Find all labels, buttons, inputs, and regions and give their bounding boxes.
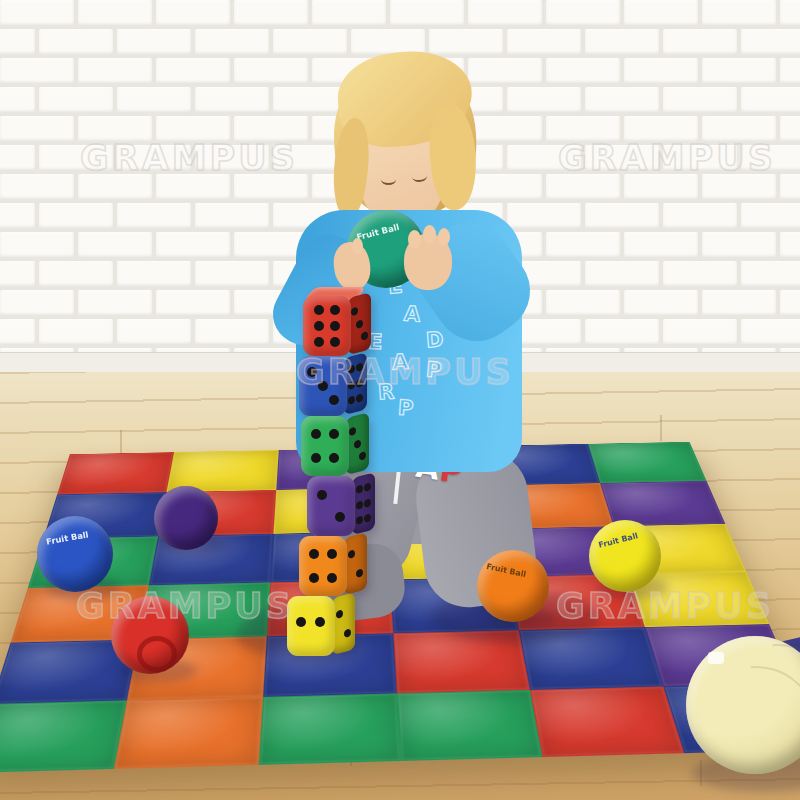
brick	[156, 0, 230, 26]
die-pip	[309, 573, 319, 583]
brick	[195, 261, 269, 287]
die-pip	[296, 617, 306, 627]
brick	[546, 58, 620, 84]
brick	[585, 87, 659, 113]
brick	[195, 87, 269, 113]
brick	[39, 203, 113, 229]
photo-stage: EADEAPRP AP Fruit BallFruit BallFruit Ba…	[0, 0, 800, 800]
brick	[0, 29, 35, 55]
brick	[312, 0, 386, 26]
die-pip	[314, 321, 324, 331]
die-pip	[348, 395, 355, 405]
mat-patch-green	[0, 700, 127, 773]
brick	[234, 0, 308, 26]
die-front-face	[299, 536, 347, 596]
brick	[624, 58, 698, 84]
brick	[741, 87, 800, 113]
die-pip	[351, 306, 358, 316]
brick	[624, 0, 698, 26]
die-pip	[344, 628, 351, 638]
die-pip	[359, 451, 366, 461]
die-pip	[314, 337, 324, 347]
brick	[741, 203, 800, 229]
brick	[468, 116, 542, 142]
brick	[195, 203, 269, 229]
child-finger	[423, 225, 436, 244]
brick	[585, 261, 659, 287]
brick	[468, 174, 542, 200]
die-pip	[349, 426, 356, 436]
brick	[117, 203, 191, 229]
mat-patch-red	[530, 686, 683, 757]
die-pip	[327, 573, 337, 583]
mat-patch-orange	[114, 697, 262, 769]
brick	[741, 29, 800, 55]
brick	[507, 87, 581, 113]
brick	[273, 29, 347, 55]
shirt-letter: D	[425, 327, 444, 352]
brick	[780, 0, 800, 26]
mat-patch-green	[397, 690, 543, 761]
brick	[702, 290, 776, 316]
die-front-face	[303, 296, 351, 356]
brick	[663, 29, 737, 55]
die-pip	[329, 395, 339, 405]
brick	[663, 87, 737, 113]
die-pip	[354, 439, 361, 449]
brick	[0, 0, 74, 26]
watermark-grampus: GRAMPUS	[558, 138, 776, 178]
die-pip	[356, 393, 363, 403]
ball-orange: Fruit Ball	[477, 550, 549, 622]
brick	[429, 29, 503, 55]
ball-label: Fruit Ball	[46, 529, 90, 546]
die-pip	[348, 550, 355, 560]
die-pip	[330, 337, 340, 347]
watermark-grampus: GRAMPUS	[556, 586, 774, 626]
die-pip	[356, 319, 363, 329]
die-green	[301, 416, 371, 478]
die-pip	[311, 429, 321, 439]
brick	[0, 87, 35, 113]
ball-yellow: Fruit Ball	[589, 520, 661, 592]
ball-label: Fruit Ball	[356, 222, 401, 242]
die-side-face	[348, 292, 371, 355]
die-front-face	[307, 476, 355, 536]
floor-plank-seam	[120, 430, 122, 456]
die-pip	[335, 512, 345, 522]
brick	[117, 87, 191, 113]
die-orange	[299, 536, 369, 598]
shirt-letter: A	[403, 301, 421, 326]
mat-patch-green	[258, 693, 401, 765]
die-pip	[356, 500, 363, 510]
die-side-face	[332, 592, 355, 655]
brick	[702, 0, 776, 26]
die-pip	[327, 549, 337, 559]
brick	[663, 319, 737, 345]
die-pip	[314, 305, 324, 315]
brick	[741, 319, 800, 345]
die-pip	[330, 305, 340, 315]
child-finger	[438, 228, 450, 246]
brick	[234, 58, 308, 84]
watermark-grampus: GRAMPUS	[80, 138, 298, 178]
brick	[39, 319, 113, 345]
brick	[78, 58, 152, 84]
brick	[78, 290, 152, 316]
die-pip	[356, 484, 363, 494]
brick	[546, 0, 620, 26]
brick	[195, 319, 269, 345]
brick	[0, 232, 74, 258]
die-front-face	[287, 596, 335, 656]
watermark-grampus: GRAMPUS	[76, 586, 294, 626]
die-purple	[307, 476, 377, 538]
brick	[0, 116, 74, 142]
die-pip	[317, 490, 327, 500]
brick	[663, 203, 737, 229]
die-pip	[309, 549, 319, 559]
brick	[39, 29, 113, 55]
brick	[156, 58, 230, 84]
brick	[780, 290, 800, 316]
brick	[273, 87, 347, 113]
brick	[0, 145, 35, 171]
child-finger	[408, 230, 421, 249]
ball-blue: Fruit Ball	[37, 516, 113, 592]
brick	[0, 203, 35, 229]
die-pip	[336, 610, 343, 620]
brick	[507, 203, 581, 229]
brick	[78, 232, 152, 258]
floor-plank-seam	[660, 415, 662, 441]
brick	[390, 0, 464, 26]
brick	[585, 203, 659, 229]
brick	[0, 290, 74, 316]
brick	[702, 232, 776, 258]
ball-purple	[154, 486, 218, 550]
die-front-face	[301, 416, 349, 476]
brick	[624, 232, 698, 258]
brick	[546, 232, 620, 258]
die-pip	[315, 617, 325, 627]
brick	[117, 29, 191, 55]
brick	[39, 261, 113, 287]
die-red	[303, 296, 373, 358]
die-side-face	[352, 472, 375, 535]
brick	[780, 232, 800, 258]
ball-label: Fruit Ball	[597, 531, 638, 550]
brick	[0, 174, 74, 200]
brick	[156, 290, 230, 316]
brick	[156, 232, 230, 258]
brick	[624, 290, 698, 316]
die-pip	[329, 429, 339, 439]
brick	[780, 58, 800, 84]
brick	[0, 319, 35, 345]
ball-label: Fruit Ball	[485, 562, 526, 579]
die-pip	[356, 568, 363, 578]
die-pip	[364, 513, 371, 523]
brick	[663, 261, 737, 287]
mat-patch-red	[57, 452, 174, 494]
mat-patch-green	[588, 442, 707, 483]
child-eye-left	[381, 174, 396, 185]
die-pip	[361, 331, 368, 341]
brick	[78, 0, 152, 26]
die-pip	[364, 482, 371, 492]
watermark-grampus: GRAMPUS	[296, 352, 514, 392]
die-pip	[311, 453, 321, 463]
brick	[546, 290, 620, 316]
brick	[39, 87, 113, 113]
die-pip	[356, 515, 363, 525]
volleyball-patch	[708, 652, 724, 664]
die-yellow	[287, 596, 357, 658]
brick	[0, 58, 74, 84]
brick	[195, 29, 269, 55]
brick	[780, 116, 800, 142]
shirt-letter: P	[397, 395, 414, 420]
brick	[585, 29, 659, 55]
brick	[507, 29, 581, 55]
die-pip	[364, 498, 371, 508]
child-finger	[352, 238, 363, 255]
die-side-face	[346, 412, 369, 475]
brick	[117, 261, 191, 287]
die-pip	[330, 321, 340, 331]
brick	[702, 58, 776, 84]
ball-logo-mark	[137, 636, 177, 672]
brick	[468, 58, 542, 84]
brick	[780, 174, 800, 200]
brick	[117, 319, 191, 345]
die-side-face	[344, 532, 367, 595]
brick	[0, 261, 35, 287]
die-pip	[329, 453, 339, 463]
brick	[741, 261, 800, 287]
brick	[468, 0, 542, 26]
brick	[585, 319, 659, 345]
